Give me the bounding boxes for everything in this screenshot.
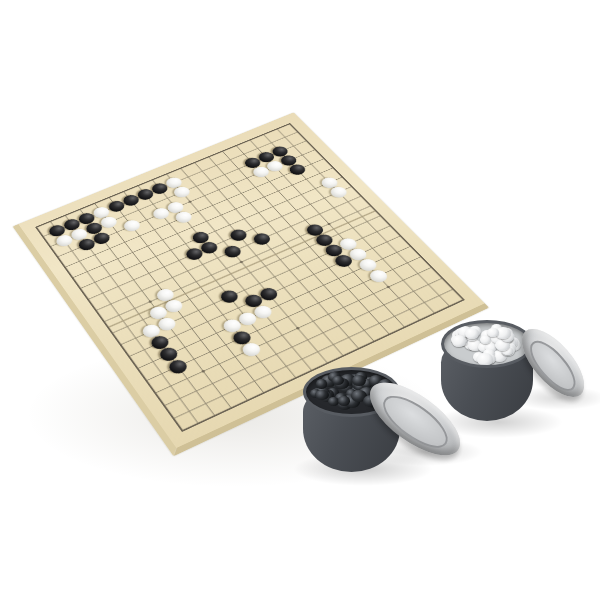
black-pebble	[332, 376, 344, 385]
white-pebble	[487, 328, 499, 337]
white-bowl-interior	[443, 321, 531, 367]
white-pebble	[477, 353, 493, 365]
white-pebble	[465, 328, 479, 339]
white-pebble	[452, 335, 467, 346]
go-set-scene	[0, 0, 600, 600]
black-pebble	[316, 379, 328, 388]
white-stones-bowl	[441, 321, 533, 421]
black-pebble	[315, 390, 328, 400]
